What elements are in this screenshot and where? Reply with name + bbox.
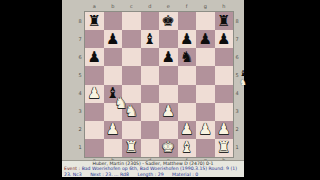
- black-rook-h8[interactable]: ♜: [215, 12, 234, 30]
- rank-label-5: 5: [77, 66, 83, 84]
- square-a7[interactable]: [85, 30, 104, 48]
- white-pawn-f2[interactable]: ♟: [178, 121, 197, 139]
- white-pawn-h2[interactable]: ♟: [215, 121, 234, 139]
- event-label: Event :: [64, 166, 80, 171]
- square-b1[interactable]: [104, 139, 123, 157]
- file-label-c: c: [122, 4, 141, 10]
- rank-label-8: 8: [77, 12, 83, 30]
- rank-label-1: 1: [234, 139, 240, 157]
- square-f8[interactable]: [178, 12, 197, 30]
- square-f6[interactable]: ♞: [178, 48, 197, 66]
- square-g4[interactable]: [196, 85, 215, 103]
- rank-label-6: 6: [77, 48, 83, 66]
- white-pawn-e3[interactable]: ♟: [159, 103, 178, 121]
- square-h1[interactable]: ♜: [215, 139, 234, 157]
- rank-labels-left: 87654321: [77, 12, 83, 157]
- square-e1[interactable]: ♚: [159, 139, 178, 157]
- white-bishop-f1[interactable]: ♝: [178, 139, 197, 157]
- rank-label-1: 1: [77, 139, 83, 157]
- white-pawn-g2[interactable]: ♟: [196, 121, 215, 139]
- square-a2[interactable]: [85, 121, 104, 139]
- rank-label-6: 6: [234, 48, 240, 66]
- file-label-d: d: [141, 4, 160, 10]
- square-b5[interactable]: [104, 66, 123, 84]
- square-h2[interactable]: ♟: [215, 121, 234, 139]
- square-h7[interactable]: ♟: [215, 30, 234, 48]
- rank-label-2: 2: [77, 121, 83, 139]
- rank-label-8: 8: [234, 12, 240, 30]
- event-text: Bad Woerishofen op 6th, Bad Woerishofen …: [80, 166, 237, 171]
- black-pawn-e6[interactable]: ♟: [159, 48, 178, 66]
- material-tray: ♝ ♞: [238, 70, 248, 88]
- black-pawn-h7[interactable]: ♟: [215, 30, 234, 48]
- square-h5[interactable]: [215, 66, 234, 84]
- square-h3[interactable]: [215, 103, 234, 121]
- square-a5[interactable]: [85, 66, 104, 84]
- square-d8[interactable]: [141, 12, 160, 30]
- square-g7[interactable]: ♟: [196, 30, 215, 48]
- square-g3[interactable]: [196, 103, 215, 121]
- square-a1[interactable]: [85, 139, 104, 157]
- square-h8[interactable]: ♜: [215, 12, 234, 30]
- material-white-knight-icon: ♞: [239, 79, 246, 88]
- square-c6[interactable]: [122, 48, 141, 66]
- square-d4[interactable]: [141, 85, 160, 103]
- square-g6[interactable]: [196, 48, 215, 66]
- square-c8[interactable]: [122, 12, 141, 30]
- square-g1[interactable]: [196, 139, 215, 157]
- file-label-f: f: [178, 4, 197, 10]
- file-labels-top: abcdefgh: [85, 4, 233, 10]
- black-pawn-a6[interactable]: ♟: [85, 48, 104, 66]
- bottom-letterbox: [0, 177, 320, 180]
- file-label-g: g: [196, 4, 215, 10]
- rank-label-7: 7: [77, 30, 83, 48]
- square-g5[interactable]: [196, 66, 215, 84]
- square-f2[interactable]: ♟: [178, 121, 197, 139]
- rank-label-7: 7: [234, 30, 240, 48]
- white-king-e1[interactable]: ♚: [159, 139, 178, 157]
- black-pawn-f7[interactable]: ♟: [178, 30, 197, 48]
- square-f4[interactable]: [178, 85, 197, 103]
- moving-knight-sprite: ♞: [112, 94, 130, 112]
- white-rook-h1[interactable]: ♜: [215, 139, 234, 157]
- file-label-h: h: [215, 4, 234, 10]
- square-e2[interactable]: [159, 121, 178, 139]
- rank-label-4: 4: [77, 85, 83, 103]
- square-d3[interactable]: [141, 103, 160, 121]
- square-d7[interactable]: ♝: [141, 30, 160, 48]
- square-f5[interactable]: [178, 66, 197, 84]
- board-panel: abcdefgh abcdefgh 87654321 87654321 ♜♚♜♟…: [62, 0, 244, 177]
- square-a8[interactable]: ♜: [85, 12, 104, 30]
- square-b2[interactable]: ♟: [104, 121, 123, 139]
- square-a4[interactable]: ♟: [85, 85, 104, 103]
- square-h4[interactable]: [215, 85, 234, 103]
- square-g2[interactable]: ♟: [196, 121, 215, 139]
- white-rook-c1[interactable]: ♜: [122, 139, 141, 157]
- square-a6[interactable]: ♟: [85, 48, 104, 66]
- square-b6[interactable]: [104, 48, 123, 66]
- square-g8[interactable]: [196, 12, 215, 30]
- file-label-b: b: [104, 4, 123, 10]
- square-d5[interactable]: [141, 66, 160, 84]
- square-c7[interactable]: [122, 30, 141, 48]
- chess-board[interactable]: ♜♚♜♟♝♟♟♟♟♟♞♟♝♞♟♟♟♟♟♜♚♝♜: [85, 12, 233, 157]
- square-c2[interactable]: [122, 121, 141, 139]
- square-d2[interactable]: [141, 121, 160, 139]
- square-e8[interactable]: ♚: [159, 12, 178, 30]
- rank-label-3: 3: [234, 103, 240, 121]
- black-pawn-b7[interactable]: ♟: [104, 30, 123, 48]
- file-label-a: a: [85, 4, 104, 10]
- white-pawn-b2[interactable]: ♟: [104, 121, 123, 139]
- white-pawn-a4[interactable]: ♟: [85, 85, 104, 103]
- square-b7[interactable]: ♟: [104, 30, 123, 48]
- square-c5[interactable]: [122, 66, 141, 84]
- black-knight-f6[interactable]: ♞: [178, 48, 197, 66]
- square-f7[interactable]: ♟: [178, 30, 197, 48]
- black-rook-a8[interactable]: ♜: [85, 12, 104, 30]
- square-e7[interactable]: [159, 30, 178, 48]
- square-e6[interactable]: ♟: [159, 48, 178, 66]
- black-bishop-d7[interactable]: ♝: [141, 30, 160, 48]
- square-f3[interactable]: [178, 103, 197, 121]
- square-e5[interactable]: [159, 66, 178, 84]
- square-a3[interactable]: [85, 103, 104, 121]
- square-e3[interactable]: ♟: [159, 103, 178, 121]
- file-label-e: e: [159, 4, 178, 10]
- square-d6[interactable]: [141, 48, 160, 66]
- square-b8[interactable]: [104, 12, 123, 30]
- rank-label-3: 3: [77, 103, 83, 121]
- square-h6[interactable]: [215, 48, 234, 66]
- square-e4[interactable]: [159, 85, 178, 103]
- square-f1[interactable]: ♝: [178, 139, 197, 157]
- black-pawn-g7[interactable]: ♟: [196, 30, 215, 48]
- rank-label-2: 2: [234, 121, 240, 139]
- square-d1[interactable]: [141, 139, 160, 157]
- square-c1[interactable]: ♜: [122, 139, 141, 157]
- caption-area: Huber, Martin (2305) - Sadler, Matthew D…: [62, 160, 244, 178]
- black-king-e8[interactable]: ♚: [159, 12, 178, 30]
